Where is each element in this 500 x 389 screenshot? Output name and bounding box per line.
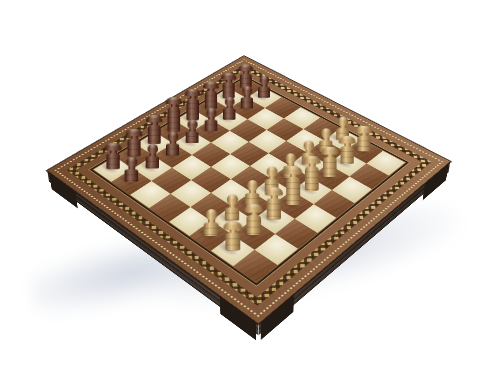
piece-cap [321,128,331,138]
piece-cap [147,143,157,153]
piece-cap [303,140,313,150]
piece-cap [285,153,296,164]
piece-cap [205,208,216,219]
piece-black-pawn[interactable] [115,156,148,181]
product-photo-scene [0,0,500,389]
piece-cap [167,131,177,141]
piece-body [125,169,139,182]
piece-body [225,232,240,250]
piece-cap [187,119,197,129]
piece-white-rook[interactable] [215,221,251,251]
piece-cap [126,156,137,167]
